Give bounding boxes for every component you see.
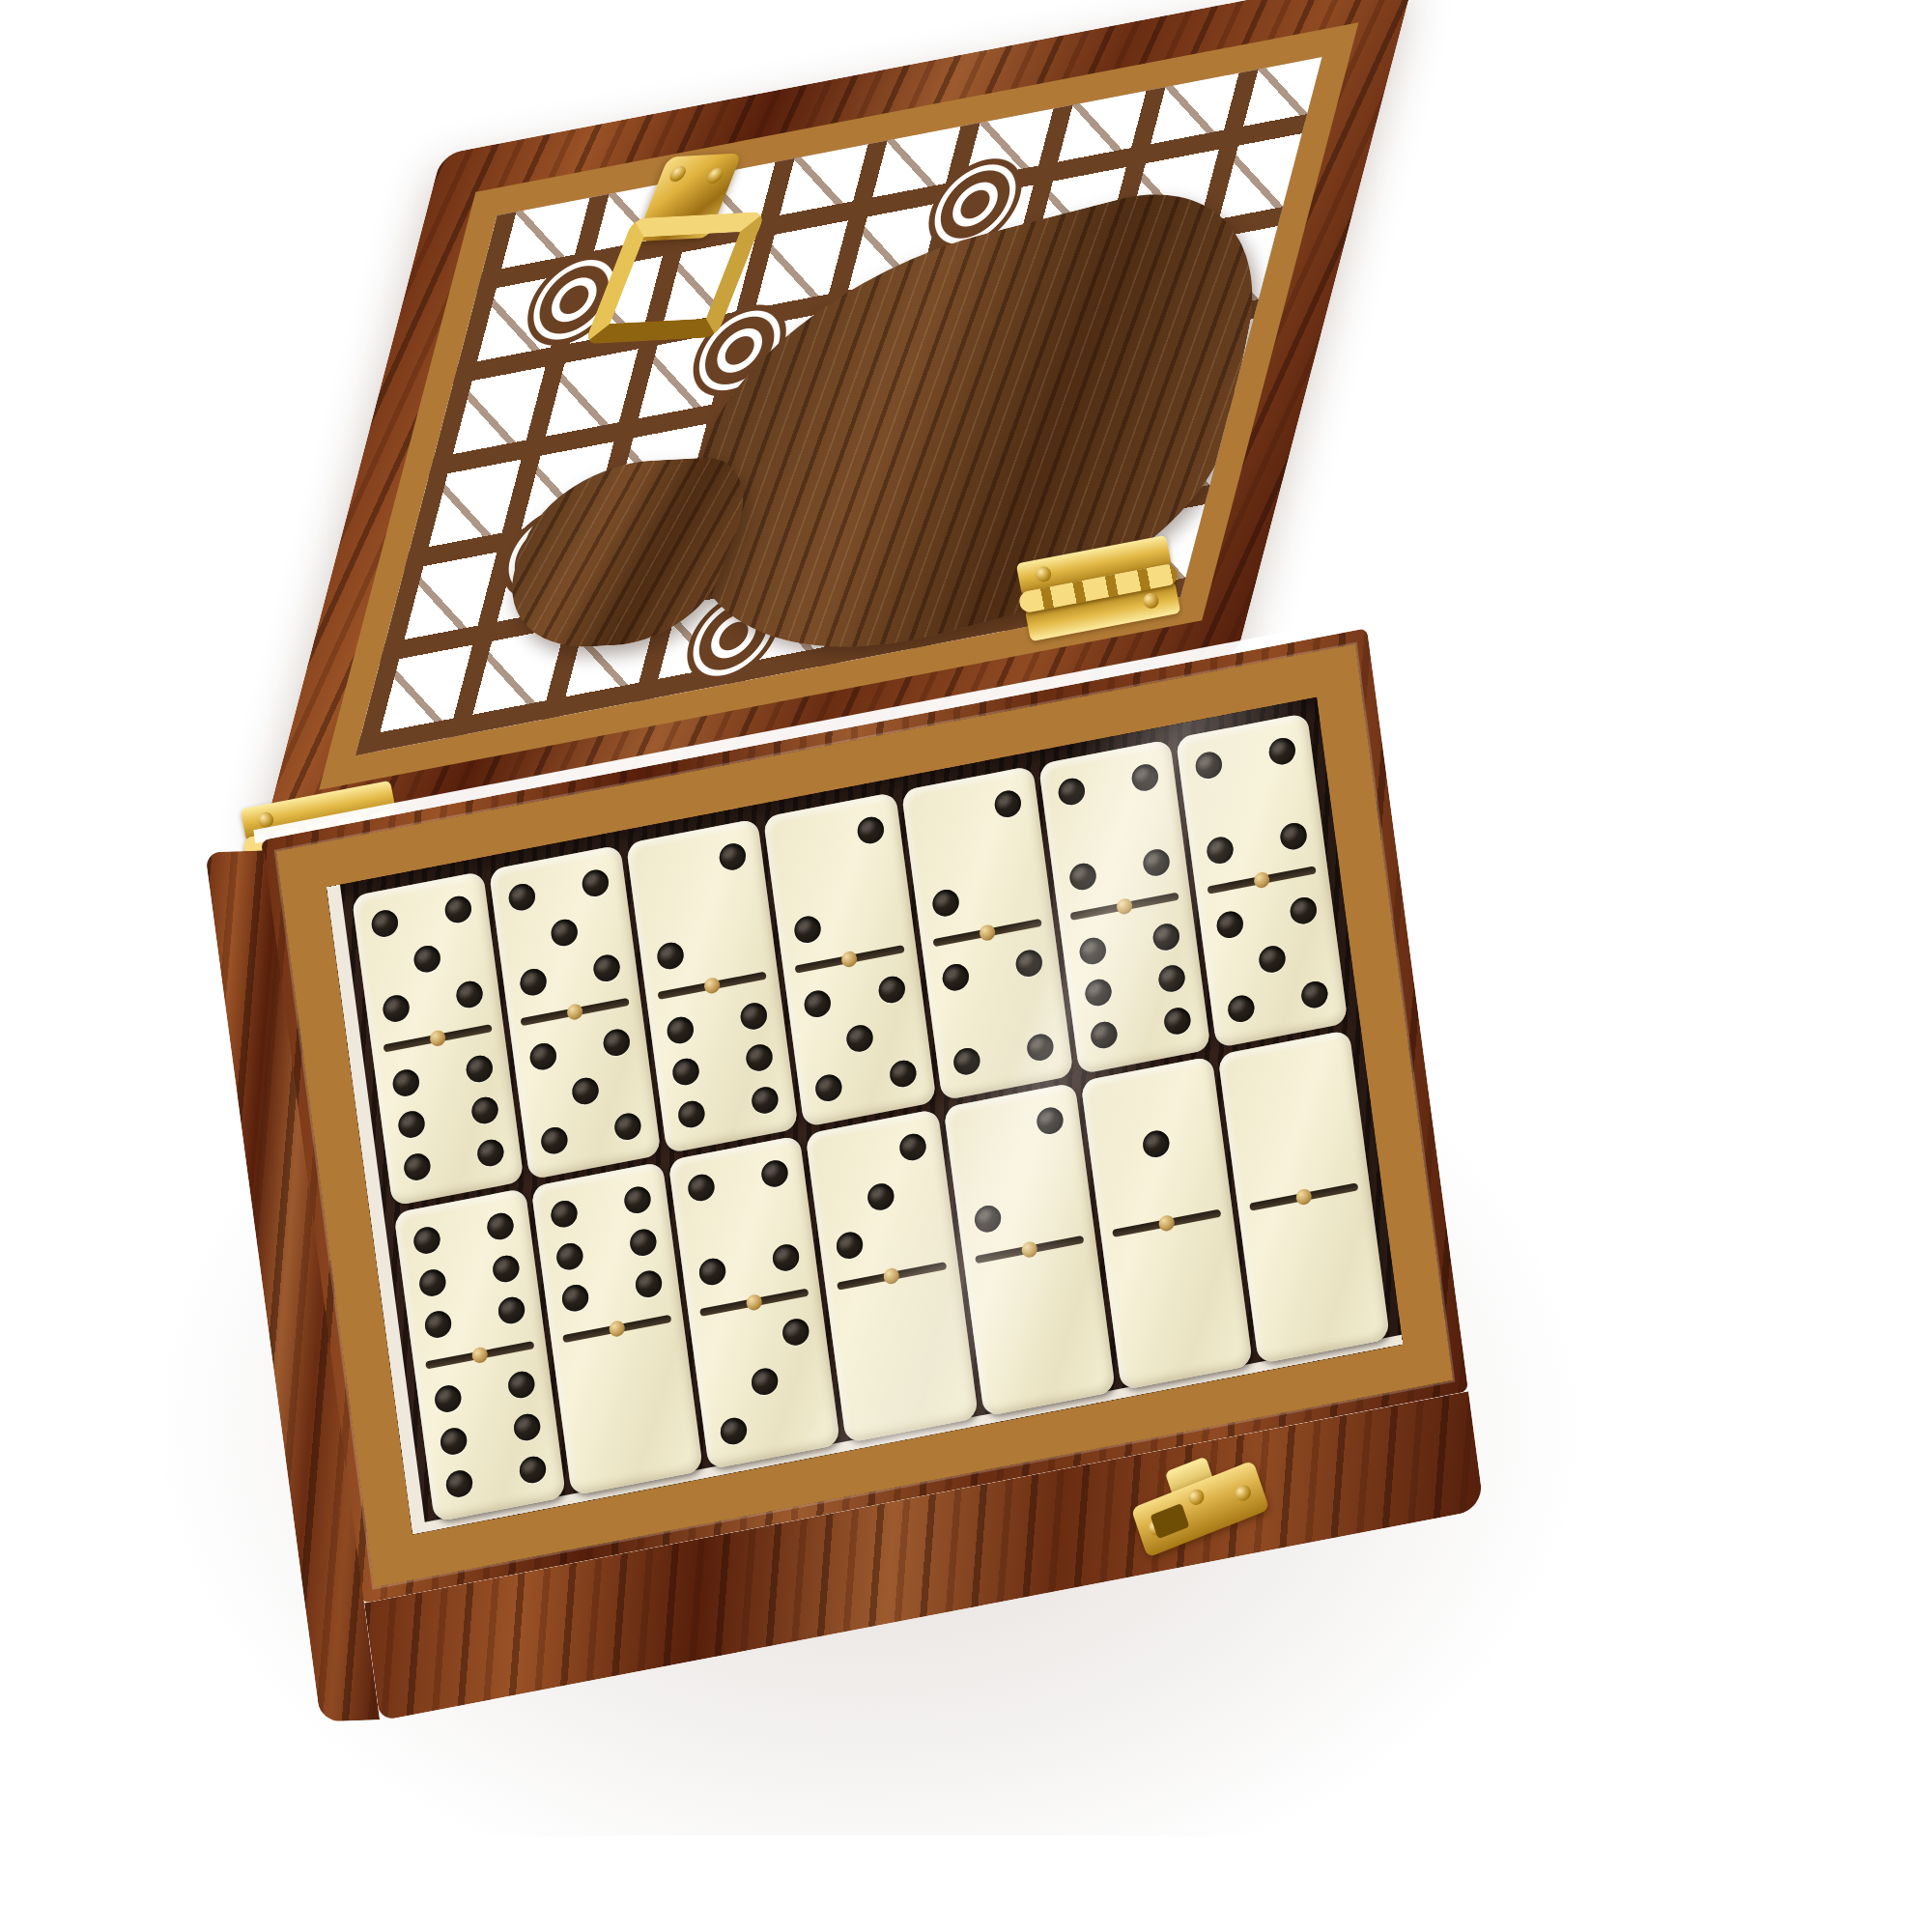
- pip: [1300, 980, 1330, 1010]
- pip: [897, 1131, 927, 1162]
- pip: [1035, 1105, 1065, 1136]
- pip: [1258, 944, 1288, 975]
- domino-half-top: [806, 1108, 957, 1284]
- pip: [444, 1468, 474, 1499]
- domino-half-bottom: [1238, 1188, 1390, 1364]
- pip: [470, 1095, 500, 1126]
- pip: [550, 918, 580, 949]
- screw-icon: [1234, 1483, 1253, 1503]
- pip: [550, 1199, 580, 1230]
- pip: [803, 988, 833, 1019]
- domino-half-top: [1038, 739, 1190, 915]
- screw-icon: [704, 167, 725, 184]
- pip: [602, 1027, 632, 1058]
- pip: [629, 1227, 659, 1258]
- pip: [698, 1257, 728, 1288]
- pip: [1057, 777, 1087, 808]
- pip: [1141, 1128, 1171, 1159]
- domino-half-bottom: [552, 1320, 703, 1495]
- pip: [382, 993, 412, 1024]
- pip: [836, 1231, 866, 1262]
- pip: [1067, 861, 1097, 892]
- pip: [793, 914, 823, 945]
- domino-half-bottom: [414, 1346, 566, 1521]
- domino-half-top: [626, 818, 778, 994]
- pip: [412, 1225, 442, 1256]
- pip: [781, 1317, 811, 1348]
- domino-half-top: [352, 871, 503, 1047]
- domino-half-top: [943, 1082, 1094, 1258]
- pip: [417, 1267, 447, 1298]
- pip: [519, 967, 549, 998]
- domino-half-top: [668, 1135, 820, 1311]
- pip: [403, 1151, 433, 1182]
- domino-half-bottom: [647, 977, 799, 1152]
- domino-half-bottom: [510, 1004, 662, 1179]
- pip: [745, 1042, 775, 1073]
- domino-half-bottom: [1197, 871, 1349, 1047]
- pip: [814, 1072, 844, 1103]
- pip: [719, 1415, 749, 1446]
- pip: [1289, 895, 1319, 925]
- pip: [528, 1040, 558, 1071]
- domino-half-top: [763, 792, 915, 968]
- domino-half-bottom: [373, 1030, 525, 1206]
- domino-half-bottom: [827, 1267, 979, 1443]
- pip: [1025, 1032, 1055, 1063]
- pip: [666, 1014, 696, 1045]
- pip: [671, 1057, 701, 1088]
- pip: [1142, 847, 1172, 878]
- pip: [1194, 751, 1224, 781]
- pip: [687, 1172, 717, 1203]
- pip: [1279, 821, 1309, 852]
- pip: [952, 1046, 981, 1077]
- domino-half-top: [1080, 1056, 1232, 1232]
- pip: [518, 1454, 548, 1485]
- pip: [439, 1426, 469, 1457]
- pip: [592, 952, 622, 983]
- pip: [930, 888, 960, 919]
- pip: [397, 1109, 427, 1140]
- pip: [1130, 762, 1160, 793]
- pip: [423, 1309, 453, 1340]
- base-clasp-catch-icon: [1124, 1440, 1275, 1573]
- domino-half-bottom: [922, 924, 1073, 1100]
- pip: [513, 1411, 543, 1442]
- pip: [739, 1000, 769, 1031]
- pip: [455, 979, 485, 1009]
- pip: [581, 867, 611, 898]
- pip: [476, 1138, 506, 1169]
- pip: [751, 1366, 781, 1397]
- pip: [1083, 978, 1113, 1009]
- pip: [877, 974, 907, 1005]
- pip: [1215, 909, 1245, 940]
- pip: [623, 1184, 653, 1215]
- domino-half-bottom: [1101, 1214, 1253, 1390]
- domino-half-bottom: [690, 1293, 841, 1469]
- pip: [412, 944, 442, 975]
- pip: [492, 1253, 522, 1284]
- pip: [1157, 963, 1187, 994]
- pip: [507, 1370, 537, 1401]
- product-photo-scene: Open glossy rosewood domino box with car…: [0, 0, 1932, 1932]
- pip: [571, 1076, 601, 1107]
- pip: [497, 1295, 527, 1326]
- pip: [443, 895, 473, 925]
- domino-half-bottom: [964, 1240, 1116, 1416]
- domino-half-top: [1176, 713, 1327, 889]
- domino-half-bottom: [784, 951, 936, 1126]
- pip: [1226, 993, 1256, 1024]
- pip: [760, 1158, 790, 1189]
- pip: [1078, 935, 1108, 966]
- domino-half-top: [531, 1161, 683, 1337]
- pip: [555, 1240, 585, 1271]
- pip: [973, 1204, 1003, 1235]
- pip: [613, 1111, 643, 1142]
- pip: [433, 1383, 463, 1414]
- pip: [1089, 1020, 1119, 1051]
- pip: [719, 841, 749, 872]
- screw-icon: [668, 165, 689, 182]
- domino-half-top: [1217, 1029, 1369, 1205]
- pip: [845, 1023, 875, 1054]
- pip: [1267, 736, 1297, 767]
- pip: [677, 1099, 707, 1130]
- pip: [540, 1125, 570, 1156]
- pip: [391, 1067, 421, 1098]
- pip: [751, 1085, 781, 1116]
- pip: [1206, 835, 1236, 866]
- domino-half-bottom: [1059, 898, 1210, 1074]
- pip: [867, 1180, 896, 1211]
- pip: [370, 908, 400, 939]
- pip: [486, 1210, 516, 1241]
- pip: [772, 1242, 802, 1273]
- pip: [1151, 922, 1181, 952]
- pip: [856, 815, 886, 846]
- pip: [1014, 948, 1044, 979]
- pip: [560, 1283, 590, 1314]
- domino-half-top: [900, 766, 1052, 942]
- pip: [888, 1059, 918, 1090]
- pip: [940, 961, 970, 992]
- pip: [1162, 1006, 1192, 1037]
- domino-half-top: [489, 844, 640, 1020]
- pip: [507, 882, 537, 913]
- pip: [656, 940, 686, 971]
- pip: [993, 789, 1023, 820]
- pip: [635, 1268, 665, 1299]
- screw-icon: [1186, 1487, 1206, 1507]
- pip: [465, 1053, 495, 1084]
- domino-half-top: [393, 1187, 545, 1363]
